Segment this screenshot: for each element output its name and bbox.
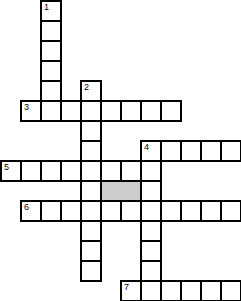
- crossword-cell[interactable]: [180, 140, 202, 162]
- crossword-cell[interactable]: 2: [80, 80, 102, 102]
- crossword-cell[interactable]: [160, 280, 182, 301]
- crossword-cell[interactable]: [200, 140, 222, 162]
- crossword-cell[interactable]: [140, 260, 162, 282]
- crossword-cell[interactable]: [220, 280, 241, 301]
- crossword-cell[interactable]: [80, 200, 102, 222]
- crossword-grid: 1234567: [0, 0, 241, 301]
- crossword-cell[interactable]: [120, 200, 142, 222]
- clue-number: 4: [144, 142, 149, 152]
- crossword-cell[interactable]: [140, 160, 162, 182]
- crossword-cell[interactable]: [100, 160, 122, 182]
- crossword-cell[interactable]: 6: [20, 200, 42, 222]
- crossword-cell[interactable]: [140, 220, 162, 242]
- crossword-cell[interactable]: [140, 180, 162, 202]
- crossword-cell[interactable]: [20, 160, 42, 182]
- crossword-cell[interactable]: [140, 280, 162, 301]
- crossword-cell[interactable]: [60, 200, 82, 222]
- clue-number: 6: [24, 202, 29, 212]
- crossword-cell[interactable]: [40, 160, 62, 182]
- crossword-cell[interactable]: [80, 220, 102, 242]
- crossword-cell[interactable]: [160, 140, 182, 162]
- clue-number: 5: [4, 162, 9, 172]
- crossword-cell[interactable]: [80, 140, 102, 162]
- crossword-cell[interactable]: [140, 200, 162, 222]
- crossword-cell[interactable]: [80, 160, 102, 182]
- crossword-cell[interactable]: [180, 200, 202, 222]
- crossword-cell[interactable]: [180, 280, 202, 301]
- crossword-cell[interactable]: [140, 100, 162, 122]
- crossword-cell[interactable]: [120, 100, 142, 122]
- crossword-cell[interactable]: [40, 80, 62, 102]
- clue-number: 2: [84, 82, 89, 92]
- crossword-cell[interactable]: [200, 200, 222, 222]
- crossword-cell[interactable]: [80, 180, 102, 202]
- crossword-cell[interactable]: [200, 280, 222, 301]
- crossword-cell[interactable]: [80, 240, 102, 262]
- crossword-cell[interactable]: [220, 140, 241, 162]
- crossword-cell[interactable]: [160, 100, 182, 122]
- crossword-cell[interactable]: 5: [0, 160, 22, 182]
- crossword-cell[interactable]: 4: [140, 140, 162, 162]
- crossword-cell[interactable]: [60, 160, 82, 182]
- crossword-cell[interactable]: [120, 160, 142, 182]
- crossword-cell[interactable]: [40, 20, 62, 42]
- crossword-cell[interactable]: [60, 100, 82, 122]
- crossword-cell[interactable]: [40, 40, 62, 62]
- clue-number: 3: [24, 102, 29, 112]
- crossword-cell[interactable]: 1: [40, 0, 62, 22]
- shaded-block: [100, 180, 142, 202]
- crossword-cell[interactable]: [80, 260, 102, 282]
- crossword-cell[interactable]: [80, 120, 102, 142]
- crossword-cell[interactable]: [100, 100, 122, 122]
- clue-number: 7: [124, 282, 129, 292]
- crossword-cell[interactable]: [40, 100, 62, 122]
- crossword-cell[interactable]: [160, 200, 182, 222]
- crossword-cell[interactable]: [40, 200, 62, 222]
- crossword-cell[interactable]: [40, 60, 62, 82]
- crossword-cell[interactable]: 3: [20, 100, 42, 122]
- clue-number: 1: [44, 2, 49, 12]
- crossword-cell[interactable]: [80, 100, 102, 122]
- crossword-cell[interactable]: [100, 200, 122, 222]
- crossword-cell[interactable]: 7: [120, 280, 142, 301]
- crossword-cell[interactable]: [220, 200, 241, 222]
- crossword-cell[interactable]: [140, 240, 162, 262]
